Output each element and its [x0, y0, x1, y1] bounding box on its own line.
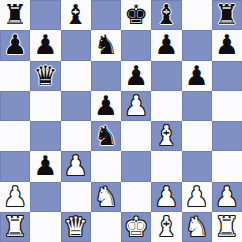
square-c1[interactable]: ♛ — [61, 212, 91, 242]
piece-white-pawn: ♟ — [185, 182, 209, 212]
piece-black-pawn: ♟ — [185, 61, 209, 91]
square-c5[interactable] — [61, 91, 91, 121]
square-e6[interactable]: ♟ — [121, 61, 151, 91]
piece-black-pawn: ♟ — [33, 151, 57, 181]
piece-black-knight: ♞ — [94, 30, 118, 60]
square-f1[interactable]: ♝ — [151, 212, 181, 242]
piece-black-queen: ♛ — [33, 61, 57, 91]
square-h8[interactable]: ♜ — [212, 0, 242, 30]
square-b5[interactable] — [30, 91, 60, 121]
square-a6[interactable] — [0, 61, 30, 91]
piece-black-rook: ♜ — [3, 0, 27, 30]
piece-white-bishop: ♝ — [154, 212, 178, 242]
square-c4[interactable] — [61, 121, 91, 151]
piece-black-pawn: ♟ — [94, 91, 118, 121]
square-g4[interactable] — [182, 121, 212, 151]
square-c6[interactable] — [61, 61, 91, 91]
square-e5[interactable]: ♟ — [121, 91, 151, 121]
square-c3[interactable]: ♟ — [61, 151, 91, 181]
piece-white-knight: ♞ — [185, 212, 209, 242]
piece-white-king: ♚ — [124, 212, 148, 242]
square-g6[interactable]: ♟ — [182, 61, 212, 91]
square-b3[interactable]: ♟ — [30, 151, 60, 181]
piece-black-pawn: ♟ — [154, 30, 178, 60]
piece-white-pawn: ♟ — [124, 91, 148, 121]
square-d3[interactable] — [91, 151, 121, 181]
square-h4[interactable] — [212, 121, 242, 151]
square-c2[interactable] — [61, 182, 91, 212]
piece-white-rook: ♜ — [3, 212, 27, 242]
chess-board: ♜♝♚♝♜♟♟♞♟♟♛♟♟♟♟♞♝♟♟♟♞♟♟♟♜♛♚♝♞♜ — [0, 0, 242, 242]
square-b6[interactable]: ♛ — [30, 61, 60, 91]
piece-black-pawn: ♟ — [124, 61, 148, 91]
piece-black-pawn: ♟ — [33, 30, 57, 60]
square-g7[interactable] — [182, 30, 212, 60]
square-h6[interactable] — [212, 61, 242, 91]
square-c7[interactable] — [61, 30, 91, 60]
square-f4[interactable]: ♝ — [151, 121, 181, 151]
piece-white-pawn: ♟ — [215, 182, 239, 212]
piece-white-queen: ♛ — [64, 212, 88, 242]
square-f8[interactable]: ♝ — [151, 0, 181, 30]
piece-white-pawn: ♟ — [64, 151, 88, 181]
square-e3[interactable] — [121, 151, 151, 181]
square-h2[interactable]: ♟ — [212, 182, 242, 212]
square-c8[interactable]: ♝ — [61, 0, 91, 30]
square-a8[interactable]: ♜ — [0, 0, 30, 30]
piece-black-pawn: ♟ — [215, 30, 239, 60]
square-b7[interactable]: ♟ — [30, 30, 60, 60]
square-f5[interactable] — [151, 91, 181, 121]
square-b4[interactable] — [30, 121, 60, 151]
square-d4[interactable]: ♞ — [91, 121, 121, 151]
square-a4[interactable] — [0, 121, 30, 151]
piece-black-knight: ♞ — [94, 121, 118, 151]
square-f6[interactable] — [151, 61, 181, 91]
square-e7[interactable] — [121, 30, 151, 60]
square-d8[interactable] — [91, 0, 121, 30]
piece-black-king: ♚ — [124, 0, 148, 30]
square-e8[interactable]: ♚ — [121, 0, 151, 30]
square-g2[interactable]: ♟ — [182, 182, 212, 212]
square-a7[interactable]: ♟ — [0, 30, 30, 60]
piece-black-bishop: ♝ — [154, 0, 178, 30]
square-e4[interactable] — [121, 121, 151, 151]
square-g3[interactable] — [182, 151, 212, 181]
square-b2[interactable] — [30, 182, 60, 212]
piece-white-bishop: ♝ — [154, 121, 178, 151]
square-f2[interactable]: ♟ — [151, 182, 181, 212]
square-e2[interactable] — [121, 182, 151, 212]
piece-black-rook: ♜ — [215, 0, 239, 30]
square-g8[interactable] — [182, 0, 212, 30]
square-a3[interactable] — [0, 151, 30, 181]
square-d5[interactable]: ♟ — [91, 91, 121, 121]
square-d7[interactable]: ♞ — [91, 30, 121, 60]
square-e1[interactable]: ♚ — [121, 212, 151, 242]
square-h1[interactable]: ♜ — [212, 212, 242, 242]
square-h5[interactable] — [212, 91, 242, 121]
piece-black-bishop: ♝ — [64, 0, 88, 30]
square-h3[interactable] — [212, 151, 242, 181]
square-b8[interactable] — [30, 0, 60, 30]
square-d1[interactable] — [91, 212, 121, 242]
square-g1[interactable]: ♞ — [182, 212, 212, 242]
piece-white-pawn: ♟ — [3, 182, 27, 212]
piece-white-knight: ♞ — [94, 182, 118, 212]
square-a2[interactable]: ♟ — [0, 182, 30, 212]
square-b1[interactable] — [30, 212, 60, 242]
square-f3[interactable] — [151, 151, 181, 181]
piece-white-pawn: ♟ — [154, 182, 178, 212]
piece-white-rook: ♜ — [215, 212, 239, 242]
square-h7[interactable]: ♟ — [212, 30, 242, 60]
square-d6[interactable] — [91, 61, 121, 91]
square-g5[interactable] — [182, 91, 212, 121]
square-d2[interactable]: ♞ — [91, 182, 121, 212]
square-a5[interactable] — [0, 91, 30, 121]
square-a1[interactable]: ♜ — [0, 212, 30, 242]
square-f7[interactable]: ♟ — [151, 30, 181, 60]
piece-black-pawn: ♟ — [3, 30, 27, 60]
